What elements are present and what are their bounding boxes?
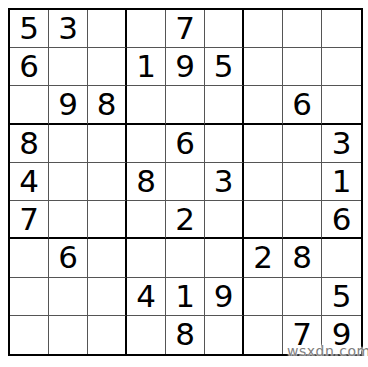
cell-r6c3 xyxy=(88,201,127,239)
given-digit: 1 xyxy=(175,281,195,312)
cell-r3c8: 6 xyxy=(283,86,322,124)
cell-r3c1 xyxy=(10,86,49,124)
given-digit: 9 xyxy=(214,281,234,312)
cell-r3c9 xyxy=(322,86,361,124)
cell-r5c7 xyxy=(244,163,283,201)
cell-r8c2 xyxy=(49,278,88,316)
cell-r8c5: 1 xyxy=(166,278,205,316)
cell-r1c6 xyxy=(205,10,244,48)
cell-r7c6 xyxy=(205,239,244,277)
cell-r1c5: 7 xyxy=(166,10,205,48)
cell-r5c1: 4 xyxy=(10,163,49,201)
cell-r2c6: 5 xyxy=(205,48,244,86)
cell-r8c9: 5 xyxy=(322,278,361,316)
cell-r6c1: 7 xyxy=(10,201,49,239)
cell-r1c4 xyxy=(127,10,166,48)
cell-r1c3 xyxy=(88,10,127,48)
cell-r1c8 xyxy=(283,10,322,48)
cell-r1c7 xyxy=(244,10,283,48)
given-digit: 1 xyxy=(136,51,156,82)
cell-r9c7 xyxy=(244,316,283,354)
cell-r4c2 xyxy=(49,125,88,163)
cell-r4c3 xyxy=(88,125,127,163)
cell-r7c4 xyxy=(127,239,166,277)
cell-r3c4 xyxy=(127,86,166,124)
cell-r7c8: 8 xyxy=(283,239,322,277)
cell-r2c2 xyxy=(49,48,88,86)
cell-r3c5 xyxy=(166,86,205,124)
cell-r2c8 xyxy=(283,48,322,86)
cell-r7c5 xyxy=(166,239,205,277)
cell-r6c2 xyxy=(49,201,88,239)
watermark-text: wsxdn.com xyxy=(287,343,368,359)
cell-r1c2: 3 xyxy=(49,10,88,48)
cell-r3c6 xyxy=(205,86,244,124)
given-digit: 4 xyxy=(19,166,39,197)
given-digit: 7 xyxy=(175,13,195,44)
cell-r4c6 xyxy=(205,125,244,163)
given-digit: 1 xyxy=(332,166,352,197)
cell-r6c7 xyxy=(244,201,283,239)
cell-r5c3 xyxy=(88,163,127,201)
cell-r8c8 xyxy=(283,278,322,316)
cell-r8c4: 4 xyxy=(127,278,166,316)
given-digit: 3 xyxy=(332,128,352,159)
cell-r8c7 xyxy=(244,278,283,316)
cell-r4c8 xyxy=(283,125,322,163)
cell-r5c8 xyxy=(283,163,322,201)
given-digit: 3 xyxy=(214,166,234,197)
cell-r7c7: 2 xyxy=(244,239,283,277)
given-digit: 2 xyxy=(253,242,273,273)
given-digit: 6 xyxy=(332,204,352,235)
cell-r3c2: 9 xyxy=(49,86,88,124)
cell-r3c3: 8 xyxy=(88,86,127,124)
cell-r1c9 xyxy=(322,10,361,48)
cell-r6c8 xyxy=(283,201,322,239)
cell-r4c1: 8 xyxy=(10,125,49,163)
cell-r7c2: 6 xyxy=(49,239,88,277)
cell-r5c6: 3 xyxy=(205,163,244,201)
cell-r2c7 xyxy=(244,48,283,86)
cell-r6c5: 2 xyxy=(166,201,205,239)
cell-r6c6 xyxy=(205,201,244,239)
given-digit: 9 xyxy=(175,51,195,82)
given-digit: 8 xyxy=(292,242,312,273)
given-digit: 9 xyxy=(58,89,78,120)
given-digit: 4 xyxy=(136,281,156,312)
given-digit: 5 xyxy=(19,13,39,44)
given-digit: 6 xyxy=(19,51,39,82)
given-digit: 3 xyxy=(58,13,78,44)
cell-r7c9 xyxy=(322,239,361,277)
cell-r6c4 xyxy=(127,201,166,239)
cell-r4c9: 3 xyxy=(322,125,361,163)
cell-r9c4 xyxy=(127,316,166,354)
cell-r9c5: 8 xyxy=(166,316,205,354)
given-digit: 7 xyxy=(19,204,39,235)
cell-r3c7 xyxy=(244,86,283,124)
given-digit: 8 xyxy=(136,166,156,197)
given-digit: 5 xyxy=(214,51,234,82)
cell-r5c9: 1 xyxy=(322,163,361,201)
cell-r5c2 xyxy=(49,163,88,201)
cell-r4c4 xyxy=(127,125,166,163)
cell-r8c6: 9 xyxy=(205,278,244,316)
given-digit: 6 xyxy=(58,242,78,273)
given-digit: 2 xyxy=(175,204,195,235)
given-digit: 8 xyxy=(19,128,39,159)
cell-r5c4: 8 xyxy=(127,163,166,201)
given-digit: 8 xyxy=(175,319,195,350)
cell-r4c5: 6 xyxy=(166,125,205,163)
given-digit: 5 xyxy=(332,281,352,312)
cell-r5c5 xyxy=(166,163,205,201)
cell-r7c3 xyxy=(88,239,127,277)
cell-r8c1 xyxy=(10,278,49,316)
cell-r7c1 xyxy=(10,239,49,277)
cell-r2c5: 9 xyxy=(166,48,205,86)
cell-r1c1: 5 xyxy=(10,10,49,48)
cell-r9c2 xyxy=(49,316,88,354)
sudoku-board: 537619598686348317266284195879 xyxy=(8,8,363,356)
cell-r2c3 xyxy=(88,48,127,86)
given-digit: 8 xyxy=(97,89,117,120)
given-digit: 6 xyxy=(175,128,195,159)
cell-r2c9 xyxy=(322,48,361,86)
cell-r6c9: 6 xyxy=(322,201,361,239)
cell-r8c3 xyxy=(88,278,127,316)
cell-r2c4: 1 xyxy=(127,48,166,86)
given-digit: 6 xyxy=(292,89,312,120)
cell-r9c6 xyxy=(205,316,244,354)
cell-r4c7 xyxy=(244,125,283,163)
cell-r2c1: 6 xyxy=(10,48,49,86)
cell-r9c1 xyxy=(10,316,49,354)
cell-r9c3 xyxy=(88,316,127,354)
